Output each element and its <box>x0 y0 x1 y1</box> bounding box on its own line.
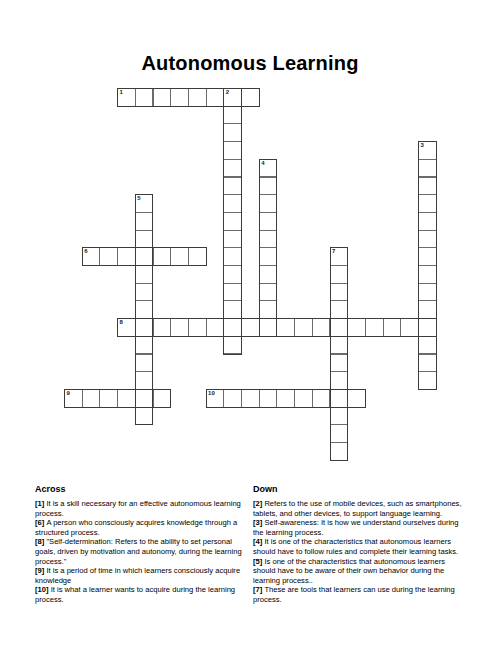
grid-cell-r1c9[interactable] <box>223 106 242 125</box>
clue-number: [1] <box>35 499 46 508</box>
clue-across-8: [8] "Self-determination: Refers to the a… <box>35 537 249 566</box>
grid-cell-r13c4[interactable] <box>135 318 154 337</box>
clue-number: [8] <box>35 537 46 546</box>
grid-cell-r13c19[interactable] <box>400 318 419 337</box>
grid-cell-r3c20[interactable]: 3 <box>418 141 437 160</box>
grid-cell-r5c20[interactable] <box>418 177 437 196</box>
grid-cell-r13c16[interactable] <box>347 318 366 337</box>
grid-cell-r8c11[interactable] <box>259 230 278 249</box>
grid-cell-r0c10[interactable] <box>241 88 260 107</box>
grid-cell-r17c11[interactable] <box>259 389 278 408</box>
grid-cell-r11c20[interactable] <box>418 283 437 302</box>
grid-cell-r13c3[interactable]: 8 <box>117 318 136 337</box>
grid-cell-r13c18[interactable] <box>383 318 402 337</box>
grid-cell-r13c17[interactable] <box>365 318 384 337</box>
grid-cell-r7c4[interactable] <box>135 212 154 231</box>
grid-cell-r8c9[interactable] <box>223 230 242 249</box>
grid-cell-r13c6[interactable] <box>170 318 189 337</box>
grid-cell-r8c4[interactable] <box>135 230 154 249</box>
across-clues-section: Across [1] It is a skill necessary for a… <box>35 484 249 605</box>
grid-cell-r6c11[interactable] <box>259 194 278 213</box>
grid-cell-r9c6[interactable] <box>170 247 189 266</box>
grid-cell-r17c15[interactable] <box>330 389 349 408</box>
clue-down-3: [3] Self-awareness: It is how we underst… <box>253 518 468 537</box>
grid-cell-r12c9[interactable] <box>223 300 242 319</box>
grid-cell-r7c11[interactable] <box>259 212 278 231</box>
grid-cell-r11c15[interactable] <box>330 283 349 302</box>
clue-number: [9] <box>35 566 46 575</box>
cell-number-6: 6 <box>84 248 87 255</box>
grid-cell-r9c7[interactable] <box>188 247 207 266</box>
grid-cell-r17c14[interactable] <box>312 389 331 408</box>
clue-across-1: [1] It is a skill necessary for an effec… <box>35 499 249 518</box>
grid-cell-r6c4[interactable]: 5 <box>135 194 154 213</box>
clue-across-6: [6] A person who consciously acquires kn… <box>35 518 249 537</box>
grid-cell-r15c20[interactable] <box>418 354 437 373</box>
grid-cell-r10c4[interactable] <box>135 265 154 284</box>
grid-cell-r12c4[interactable] <box>135 300 154 319</box>
clue-number: [10] <box>35 585 51 594</box>
grid-cell-r10c15[interactable] <box>330 265 349 284</box>
clue-number: [4] <box>253 537 264 546</box>
grid-cell-r4c11[interactable]: 4 <box>259 159 278 178</box>
clue-across-10: [10] It is what a learner wants to acqui… <box>35 585 249 604</box>
grid-cell-r9c2[interactable] <box>99 247 118 266</box>
grid-cell-r20c15[interactable] <box>330 442 349 461</box>
grid-cell-r12c15[interactable] <box>330 300 349 319</box>
grid-cell-r13c20[interactable] <box>418 318 437 337</box>
grid-cell-r0c5[interactable] <box>153 88 172 107</box>
grid-cell-r17c9[interactable] <box>223 389 242 408</box>
clue-down-7: [7] These are tools that learners can us… <box>253 585 468 604</box>
cell-number-1: 1 <box>120 89 123 96</box>
grid-cell-r9c1[interactable]: 6 <box>82 247 101 266</box>
grid-cell-r7c20[interactable] <box>418 212 437 231</box>
clue-down-2: [2] Refers to the use of mobile devices,… <box>253 499 468 518</box>
grid-cell-r17c2[interactable] <box>99 389 118 408</box>
grid-cell-r13c5[interactable] <box>153 318 172 337</box>
grid-cell-r9c20[interactable] <box>418 247 437 266</box>
grid-cell-r4c9[interactable] <box>223 159 242 178</box>
grid-cell-r14c4[interactable] <box>135 336 154 355</box>
clue-across-9: [9] It is a period of time in which lear… <box>35 566 249 585</box>
grid-cell-r10c11[interactable] <box>259 265 278 284</box>
cell-number-7: 7 <box>332 248 335 255</box>
grid-cell-r18c4[interactable] <box>135 407 154 426</box>
grid-cell-r6c9[interactable] <box>223 194 242 213</box>
grid-cell-r12c20[interactable] <box>418 300 437 319</box>
crossword-grid: 12345678910 <box>64 88 436 460</box>
grid-cell-r11c11[interactable] <box>259 283 278 302</box>
cell-number-9: 9 <box>67 390 70 397</box>
cell-number-2: 2 <box>226 89 229 96</box>
grid-cell-r13c12[interactable] <box>276 318 295 337</box>
grid-cell-r16c20[interactable] <box>418 371 437 390</box>
across-header: Across <box>35 484 249 494</box>
grid-cell-r19c15[interactable] <box>330 424 349 443</box>
grid-cell-r17c12[interactable] <box>276 389 295 408</box>
grid-cell-r11c4[interactable] <box>135 283 154 302</box>
grid-cell-r13c15[interactable] <box>330 318 349 337</box>
grid-cell-r17c1[interactable] <box>82 389 101 408</box>
clue-number: [5] <box>253 557 264 566</box>
clue-number: [6] <box>35 518 46 527</box>
down-clues-section: Down [2] Refers to the use of mobile dev… <box>253 484 468 605</box>
grid-cell-r3c9[interactable] <box>223 141 242 160</box>
grid-cell-r9c9[interactable] <box>223 247 242 266</box>
grid-cell-r8c20[interactable] <box>418 230 437 249</box>
grid-cell-r17c4[interactable] <box>135 389 154 408</box>
grid-cell-r16c15[interactable] <box>330 371 349 390</box>
grid-cell-r6c20[interactable] <box>418 194 437 213</box>
grid-cell-r14c15[interactable] <box>330 336 349 355</box>
grid-cell-r9c3[interactable] <box>117 247 136 266</box>
grid-cell-r17c16[interactable] <box>347 389 366 408</box>
grid-cell-r18c15[interactable] <box>330 407 349 426</box>
grid-cell-r2c9[interactable] <box>223 123 242 142</box>
cell-number-5: 5 <box>137 195 140 202</box>
grid-cell-r9c5[interactable] <box>153 247 172 266</box>
grid-cell-r7c9[interactable] <box>223 212 242 231</box>
grid-cell-r13c14[interactable] <box>312 318 331 337</box>
grid-cell-r13c9[interactable] <box>223 318 242 337</box>
clue-number: [2] <box>253 499 264 508</box>
grid-cell-r10c9[interactable] <box>223 265 242 284</box>
grid-cell-r16c4[interactable] <box>135 371 154 390</box>
grid-cell-r0c7[interactable] <box>188 88 207 107</box>
across-clues-list: [1] It is a skill necessary for an effec… <box>35 499 249 605</box>
grid-cell-r0c9[interactable]: 2 <box>223 88 242 107</box>
grid-cell-r0c3[interactable]: 1 <box>117 88 136 107</box>
grid-cell-r0c8[interactable] <box>206 88 225 107</box>
cell-number-3: 3 <box>421 142 424 149</box>
down-header: Down <box>253 484 468 494</box>
grid-cell-r9c11[interactable] <box>259 247 278 266</box>
grid-cell-r9c4[interactable] <box>135 247 154 266</box>
grid-cell-r11c9[interactable] <box>223 283 242 302</box>
clue-number: [3] <box>253 518 264 527</box>
cell-number-4: 4 <box>261 160 264 167</box>
grid-cell-r13c10[interactable] <box>241 318 260 337</box>
grid-cell-r13c13[interactable] <box>294 318 313 337</box>
grid-cell-r10c20[interactable] <box>418 265 437 284</box>
grid-cell-r17c13[interactable] <box>294 389 313 408</box>
grid-cell-r14c20[interactable] <box>418 336 437 355</box>
grid-cell-r15c4[interactable] <box>135 354 154 373</box>
grid-cell-r4c20[interactable] <box>418 159 437 178</box>
clue-number: [7] <box>253 585 264 594</box>
grid-cell-r12c11[interactable] <box>259 300 278 319</box>
grid-cell-r13c7[interactable] <box>188 318 207 337</box>
grid-cell-r5c11[interactable] <box>259 177 278 196</box>
cell-number-10: 10 <box>208 390 215 397</box>
cell-number-8: 8 <box>120 319 123 326</box>
grid-cell-r15c15[interactable] <box>330 354 349 373</box>
grid-cell-r17c5[interactable] <box>153 389 172 408</box>
grid-cell-r9c15[interactable]: 7 <box>330 247 349 266</box>
grid-cell-r0c6[interactable] <box>170 88 189 107</box>
grid-cell-r17c8[interactable]: 10 <box>206 389 225 408</box>
grid-cell-r17c3[interactable] <box>117 389 136 408</box>
down-clues-list: [2] Refers to the use of mobile devices,… <box>253 499 468 605</box>
grid-cell-r5c9[interactable] <box>223 177 242 196</box>
puzzle-title: Autonomous Learning <box>0 51 500 75</box>
clue-down-4: [4] It is one of the characteristics tha… <box>253 537 468 556</box>
grid-cell-r0c4[interactable] <box>135 88 154 107</box>
grid-cell-r13c11[interactable] <box>259 318 278 337</box>
grid-cell-r14c9[interactable] <box>223 336 242 355</box>
clue-down-5: [5] Is one of the characteristics that a… <box>253 557 468 586</box>
grid-cell-r17c10[interactable] <box>241 389 260 408</box>
grid-cell-r13c8[interactable] <box>206 318 225 337</box>
grid-cell-r17c0[interactable]: 9 <box>64 389 83 408</box>
